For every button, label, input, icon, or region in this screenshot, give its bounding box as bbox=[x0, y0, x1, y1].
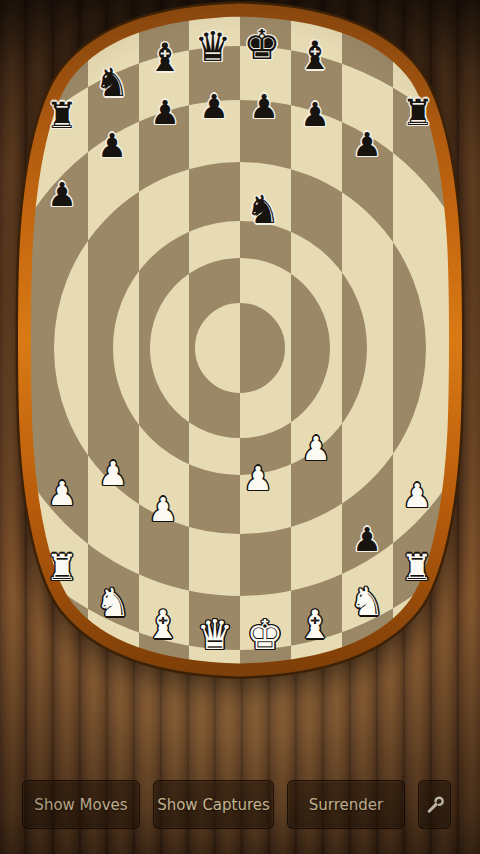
app-root: { "game": "chess", "app_name": "chess-le… bbox=[0, 0, 480, 854]
vignette-overlay bbox=[0, 0, 480, 854]
